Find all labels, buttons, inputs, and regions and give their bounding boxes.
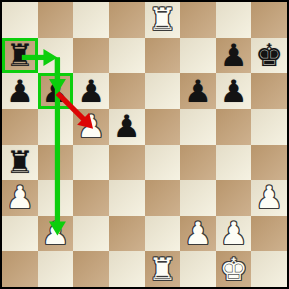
piece-white-pawn[interactable]: ♟ (38, 216, 74, 251)
square-g8[interactable] (216, 2, 252, 38)
square-e3[interactable] (145, 180, 181, 216)
square-d4[interactable] (109, 145, 145, 181)
piece-white-king[interactable]: ♚ (216, 252, 252, 287)
piece-white-pawn[interactable]: ♟ (251, 180, 287, 215)
square-d3[interactable] (109, 180, 145, 216)
square-c7[interactable] (73, 38, 109, 74)
square-g5[interactable] (216, 109, 252, 145)
piece-black-king[interactable]: ♚ (251, 38, 287, 73)
piece-white-pawn[interactable]: ♟ (2, 180, 38, 215)
chess-board: ♜♜♟♚♟♟♟♟♟♟♟♜♟♟♟♟♟♜♚ (0, 0, 289, 289)
square-d2[interactable] (109, 216, 145, 252)
square-f5[interactable] (180, 109, 216, 145)
square-d6[interactable] (109, 73, 145, 109)
square-h2[interactable] (251, 216, 287, 252)
square-a2[interactable] (2, 216, 38, 252)
piece-white-rook[interactable]: ♜ (145, 2, 181, 37)
square-c5[interactable]: ♟ (73, 109, 109, 145)
square-c6[interactable]: ♟ (73, 73, 109, 109)
square-h7[interactable]: ♚ (251, 38, 287, 74)
square-b3[interactable] (38, 180, 74, 216)
square-a6[interactable]: ♟ (2, 73, 38, 109)
piece-black-pawn[interactable]: ♟ (2, 74, 38, 109)
square-a4[interactable]: ♜ (2, 145, 38, 181)
square-a8[interactable] (2, 2, 38, 38)
piece-black-pawn[interactable]: ♟ (109, 109, 145, 144)
square-e1[interactable]: ♜ (145, 251, 181, 287)
square-h4[interactable] (251, 145, 287, 181)
square-d7[interactable] (109, 38, 145, 74)
square-h6[interactable] (251, 73, 287, 109)
square-g7[interactable]: ♟ (216, 38, 252, 74)
square-e6[interactable] (145, 73, 181, 109)
piece-white-pawn[interactable]: ♟ (180, 216, 216, 251)
square-f7[interactable] (180, 38, 216, 74)
square-b7[interactable] (38, 38, 74, 74)
square-e8[interactable]: ♜ (145, 2, 181, 38)
square-c1[interactable] (73, 251, 109, 287)
square-c4[interactable] (73, 145, 109, 181)
piece-white-rook[interactable]: ♜ (145, 252, 181, 287)
square-d5[interactable]: ♟ (109, 109, 145, 145)
piece-black-rook[interactable]: ♜ (2, 38, 38, 73)
square-f3[interactable] (180, 180, 216, 216)
piece-white-pawn[interactable]: ♟ (73, 109, 109, 144)
square-f4[interactable] (180, 145, 216, 181)
piece-black-pawn[interactable]: ♟ (216, 38, 252, 73)
square-c2[interactable] (73, 216, 109, 252)
square-h1[interactable] (251, 251, 287, 287)
piece-black-rook[interactable]: ♜ (2, 145, 38, 180)
piece-black-pawn[interactable]: ♟ (216, 74, 252, 109)
square-e2[interactable] (145, 216, 181, 252)
square-b8[interactable] (38, 2, 74, 38)
square-h5[interactable] (251, 109, 287, 145)
square-b5[interactable] (38, 109, 74, 145)
square-b4[interactable] (38, 145, 74, 181)
square-g6[interactable]: ♟ (216, 73, 252, 109)
square-f8[interactable] (180, 2, 216, 38)
square-g1[interactable]: ♚ (216, 251, 252, 287)
square-d1[interactable] (109, 251, 145, 287)
square-h8[interactable] (251, 2, 287, 38)
square-a3[interactable]: ♟ (2, 180, 38, 216)
square-g2[interactable]: ♟ (216, 216, 252, 252)
square-b1[interactable] (38, 251, 74, 287)
square-a5[interactable] (2, 109, 38, 145)
piece-black-pawn[interactable]: ♟ (73, 74, 109, 109)
piece-white-pawn[interactable]: ♟ (216, 216, 252, 251)
square-d8[interactable] (109, 2, 145, 38)
square-g3[interactable] (216, 180, 252, 216)
square-f1[interactable] (180, 251, 216, 287)
square-f6[interactable]: ♟ (180, 73, 216, 109)
square-a1[interactable] (2, 251, 38, 287)
square-f2[interactable]: ♟ (180, 216, 216, 252)
square-h3[interactable]: ♟ (251, 180, 287, 216)
square-c3[interactable] (73, 180, 109, 216)
square-c8[interactable] (73, 2, 109, 38)
board-grid: ♜♜♟♚♟♟♟♟♟♟♟♜♟♟♟♟♟♜♚ (2, 2, 287, 287)
square-b2[interactable]: ♟ (38, 216, 74, 252)
square-a7[interactable]: ♜ (2, 38, 38, 74)
square-e4[interactable] (145, 145, 181, 181)
piece-black-pawn[interactable]: ♟ (180, 74, 216, 109)
square-b6[interactable]: ♟ (38, 73, 74, 109)
square-e5[interactable] (145, 109, 181, 145)
piece-black-pawn[interactable]: ♟ (38, 74, 74, 109)
square-e7[interactable] (145, 38, 181, 74)
square-g4[interactable] (216, 145, 252, 181)
